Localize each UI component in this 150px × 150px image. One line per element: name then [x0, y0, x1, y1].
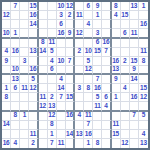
sudoku-cell[interactable]: 11: [20, 84, 29, 93]
sudoku-cell-empty[interactable]: [75, 121, 84, 130]
sudoku-cell[interactable]: 4: [2, 48, 11, 57]
sudoku-cell-empty[interactable]: [29, 93, 38, 102]
sudoku-cell[interactable]: 11: [57, 139, 66, 148]
sudoku-cell-empty[interactable]: [11, 39, 20, 48]
sudoku-cell-empty[interactable]: [102, 66, 111, 75]
sudoku-cell[interactable]: 16: [102, 39, 111, 48]
sudoku-cell-empty[interactable]: [102, 11, 111, 20]
sudoku-cell-empty[interactable]: [75, 75, 84, 84]
sudoku-cell-empty[interactable]: [66, 48, 75, 57]
sudoku-cell[interactable]: 7: [48, 139, 57, 148]
sudoku-cell-empty[interactable]: [84, 93, 93, 102]
sudoku-cell[interactable]: 16: [11, 48, 20, 57]
sudoku-cell[interactable]: 7: [66, 57, 75, 66]
sudoku-cell[interactable]: 12: [39, 102, 48, 111]
sudoku-cell[interactable]: 9: [130, 66, 139, 75]
sudoku-cell-empty[interactable]: [121, 20, 130, 29]
sudoku-cell-empty[interactable]: [102, 84, 111, 93]
sudoku-cell[interactable]: 9: [112, 75, 121, 84]
sudoku-cell[interactable]: 4: [121, 84, 130, 93]
sudoku-cell[interactable]: 16: [29, 11, 38, 20]
sudoku-cell-empty[interactable]: [75, 2, 84, 11]
sudoku-cell-empty[interactable]: [93, 130, 102, 139]
sudoku-cell-empty[interactable]: [20, 121, 29, 130]
sudoku-cell[interactable]: 9: [93, 2, 102, 11]
sudoku-cell[interactable]: 1: [93, 11, 102, 20]
sudoku-cell-empty[interactable]: [93, 57, 102, 66]
sudoku-cell[interactable]: 8: [139, 57, 148, 66]
sudoku-cell[interactable]: 6: [11, 84, 20, 93]
sudoku-cell[interactable]: 1: [11, 29, 20, 38]
sudoku-cell[interactable]: 10: [2, 29, 11, 38]
sudoku-cell-empty[interactable]: [39, 20, 48, 29]
sudoku-cell-empty[interactable]: [66, 75, 75, 84]
sudoku-cell[interactable]: 7: [130, 112, 139, 121]
sudoku-cell-empty[interactable]: [130, 48, 139, 57]
sudoku-cell-empty[interactable]: [75, 20, 84, 29]
sudoku-cell[interactable]: 7: [84, 121, 93, 130]
sudoku-cell-empty[interactable]: [11, 130, 20, 139]
sudoku-cell[interactable]: 3: [75, 84, 84, 93]
sudoku-cell-empty[interactable]: [57, 39, 66, 48]
sudoku-cell[interactable]: 8: [112, 2, 121, 11]
sudoku-cell-empty[interactable]: [130, 121, 139, 130]
sudoku-cell-empty[interactable]: [48, 2, 57, 11]
sudoku-cell-empty[interactable]: [112, 39, 121, 48]
sudoku-cell[interactable]: 7: [57, 93, 66, 102]
sudoku-cell-empty[interactable]: [57, 66, 66, 75]
sudoku-cell-empty[interactable]: [57, 102, 66, 111]
sudoku-cell-empty[interactable]: [66, 39, 75, 48]
sudoku-cell-empty[interactable]: [102, 75, 111, 84]
sudoku-cell-empty[interactable]: [121, 121, 130, 130]
sudoku-cell[interactable]: 13: [139, 139, 148, 148]
sudoku-cell[interactable]: 4: [57, 75, 66, 84]
sudoku-cell[interactable]: 12: [29, 84, 38, 93]
sudoku-cell[interactable]: 9: [66, 29, 75, 38]
sudoku-cell[interactable]: 5: [84, 57, 93, 66]
sudoku-cell[interactable]: 15: [130, 57, 139, 66]
sudoku-cell-empty[interactable]: [39, 75, 48, 84]
sudoku-cell[interactable]: 2: [66, 11, 75, 20]
sudoku-cell[interactable]: 5: [93, 93, 102, 102]
sudoku-cell-empty[interactable]: [66, 139, 75, 148]
sudoku-cell-empty[interactable]: [112, 20, 121, 29]
sudoku-cell[interactable]: 11: [112, 121, 121, 130]
sudoku-cell-empty[interactable]: [29, 29, 38, 38]
sudoku-cell[interactable]: 14: [39, 48, 48, 57]
sudoku-cell-empty[interactable]: [39, 29, 48, 38]
sudoku-cell-empty[interactable]: [20, 39, 29, 48]
sudoku-cell-empty[interactable]: [121, 2, 130, 11]
sudoku-cell-empty[interactable]: [139, 121, 148, 130]
sudoku-cell-empty[interactable]: [39, 139, 48, 148]
sudoku-cell[interactable]: 15: [29, 2, 38, 11]
sudoku-cell[interactable]: 10: [57, 57, 66, 66]
sudoku-cell-empty[interactable]: [112, 139, 121, 148]
sudoku-cell[interactable]: 16: [57, 29, 66, 38]
sudoku-cell-empty[interactable]: [39, 84, 48, 93]
sudoku-cell-empty[interactable]: [130, 84, 139, 93]
sudoku-cell[interactable]: 7: [11, 2, 20, 11]
sudoku-cell-empty[interactable]: [102, 29, 111, 38]
sudoku-cell-empty[interactable]: [121, 93, 130, 102]
sudoku-cell[interactable]: 12: [75, 29, 84, 38]
sudoku-cell-empty[interactable]: [57, 48, 66, 57]
sudoku-cell[interactable]: 13: [29, 48, 38, 57]
sudoku-cell-empty[interactable]: [139, 29, 148, 38]
sudoku-cell[interactable]: 8: [11, 112, 20, 121]
sudoku-cell-empty[interactable]: [48, 84, 57, 93]
sudoku-cell-empty[interactable]: [93, 66, 102, 75]
sudoku-cell-empty[interactable]: [84, 39, 93, 48]
sudoku-cell[interactable]: 11: [130, 29, 139, 38]
sudoku-cell[interactable]: 12: [2, 11, 11, 20]
sudoku-cell[interactable]: 7: [102, 48, 111, 57]
sudoku-cell[interactable]: 1: [48, 130, 57, 139]
sudoku-cell[interactable]: 15: [139, 84, 148, 93]
sudoku-cell-empty[interactable]: [130, 139, 139, 148]
sudoku-cell-empty[interactable]: [57, 130, 66, 139]
sudoku-cell-empty[interactable]: [84, 29, 93, 38]
sudoku-cell-empty[interactable]: [130, 20, 139, 29]
sudoku-cell-empty[interactable]: [48, 75, 57, 84]
sudoku-cell-empty[interactable]: [130, 39, 139, 48]
sudoku-cell[interactable]: 14: [2, 121, 11, 130]
sudoku-cell-empty[interactable]: [102, 121, 111, 130]
sudoku-cell[interactable]: 2: [29, 139, 38, 148]
sudoku-cell-empty[interactable]: [121, 75, 130, 84]
sudoku-cell-empty[interactable]: [102, 130, 111, 139]
sudoku-cell[interactable]: 6: [121, 29, 130, 38]
sudoku-cell-empty[interactable]: [75, 66, 84, 75]
sudoku-cell[interactable]: 16: [29, 66, 38, 75]
sudoku-cell[interactable]: 15: [93, 48, 102, 57]
sudoku-cell-empty[interactable]: [66, 102, 75, 111]
sudoku-cell-empty[interactable]: [139, 75, 148, 84]
sudoku-cell[interactable]: 6: [57, 20, 66, 29]
sudoku-cell[interactable]: 16: [2, 139, 11, 148]
sudoku-cell-empty[interactable]: [2, 20, 11, 29]
sudoku-cell-empty[interactable]: [130, 130, 139, 139]
sudoku-cell-empty[interactable]: [29, 112, 38, 121]
sudoku-cell-empty[interactable]: [121, 130, 130, 139]
sudoku-cell[interactable]: 16: [93, 84, 102, 93]
sudoku-cell[interactable]: 1: [112, 93, 121, 102]
sudoku-cell-empty[interactable]: [2, 2, 11, 11]
sudoku-cell[interactable]: 15: [66, 93, 75, 102]
sudoku-cell[interactable]: 11: [93, 102, 102, 111]
sudoku-cell-empty[interactable]: [20, 11, 29, 20]
sudoku-cell-empty[interactable]: [75, 39, 84, 48]
sudoku-cell[interactable]: 12: [139, 93, 148, 102]
sudoku-cell-empty[interactable]: [2, 39, 11, 48]
sudoku-cell-empty[interactable]: [84, 102, 93, 111]
sudoku-cell-empty[interactable]: [20, 139, 29, 148]
sudoku-cell-empty[interactable]: [20, 29, 29, 38]
sudoku-cell-empty[interactable]: [139, 11, 148, 20]
sudoku-cell-empty[interactable]: [139, 102, 148, 111]
sudoku-cell-empty[interactable]: [11, 57, 20, 66]
sudoku-cell-empty[interactable]: [102, 57, 111, 66]
sudoku-cell[interactable]: 12: [48, 112, 57, 121]
sudoku-cell[interactable]: 11: [75, 11, 84, 20]
sudoku-cell[interactable]: 13: [130, 2, 139, 11]
sudoku-cell-empty[interactable]: [20, 2, 29, 11]
sudoku-cell-empty[interactable]: [2, 66, 11, 75]
sudoku-cell-empty[interactable]: [66, 121, 75, 130]
sudoku-cell-empty[interactable]: [84, 75, 93, 84]
sudoku-cell[interactable]: 16: [130, 93, 139, 102]
sudoku-cell[interactable]: 5: [48, 48, 57, 57]
sudoku-cell[interactable]: 2: [48, 93, 57, 102]
sudoku-cell[interactable]: 6: [84, 2, 93, 11]
sudoku-cell[interactable]: 4: [139, 130, 148, 139]
sudoku-cell[interactable]: 14: [130, 75, 139, 84]
sudoku-cell-empty[interactable]: [11, 121, 20, 130]
sudoku-cell-empty[interactable]: [20, 20, 29, 29]
sudoku-cell-empty[interactable]: [93, 112, 102, 121]
sudoku-cell-empty[interactable]: [48, 11, 57, 20]
sudoku-cell-empty[interactable]: [112, 48, 121, 57]
sudoku-cell[interactable]: 1: [20, 112, 29, 121]
sudoku-cell[interactable]: 2: [75, 48, 84, 57]
sudoku-cell-empty[interactable]: [39, 130, 48, 139]
sudoku-cell-empty[interactable]: [75, 93, 84, 102]
sudoku-cell[interactable]: 5: [29, 75, 38, 84]
sudoku-cell[interactable]: 10: [84, 48, 93, 57]
sudoku-cell-empty[interactable]: [121, 112, 130, 121]
sudoku-cell-empty[interactable]: [102, 139, 111, 148]
sudoku-cell[interactable]: 13: [112, 66, 121, 75]
sudoku-cell-empty[interactable]: [29, 39, 38, 48]
sudoku-cell-empty[interactable]: [121, 102, 130, 111]
sudoku-cell-empty[interactable]: [48, 29, 57, 38]
sudoku-cell[interactable]: 1: [139, 2, 148, 11]
sudoku-cell-empty[interactable]: [39, 57, 48, 66]
sudoku-cell-empty[interactable]: [29, 102, 38, 111]
sudoku-cell[interactable]: 3: [20, 57, 29, 66]
sudoku-cell[interactable]: 2: [121, 57, 130, 66]
sudoku-cell-empty[interactable]: [139, 66, 148, 75]
sudoku-cell[interactable]: 16: [139, 20, 148, 29]
sudoku-cell-empty[interactable]: [75, 139, 84, 148]
sudoku-cell[interactable]: 15: [121, 11, 130, 20]
sudoku-cell[interactable]: 10: [11, 66, 20, 75]
sudoku-cell-empty[interactable]: [102, 2, 111, 11]
sudoku-cell[interactable]: 11: [29, 130, 38, 139]
sudoku-cell-empty[interactable]: [20, 75, 29, 84]
sudoku-cell[interactable]: 3: [57, 11, 66, 20]
sudoku-cell-empty[interactable]: [20, 66, 29, 75]
sudoku-cell-empty[interactable]: [29, 121, 38, 130]
sudoku-cell-empty[interactable]: [29, 57, 38, 66]
sudoku-cell[interactable]: 11: [84, 112, 93, 121]
sudoku-cell-empty[interactable]: [57, 121, 66, 130]
sudoku-cell[interactable]: 4: [84, 20, 93, 29]
sudoku-cell-empty[interactable]: [121, 66, 130, 75]
sudoku-cell[interactable]: 15: [112, 130, 121, 139]
sudoku-cell[interactable]: 4: [48, 57, 57, 66]
sudoku-cell[interactable]: 16: [112, 57, 121, 66]
sudoku-cell[interactable]: 14: [66, 130, 75, 139]
sudoku-cell-empty[interactable]: [130, 11, 139, 20]
sudoku-cell-empty[interactable]: [112, 84, 121, 93]
sudoku-cell-empty[interactable]: [121, 48, 130, 57]
sudoku-cell[interactable]: 14: [57, 84, 66, 93]
sudoku-cell[interactable]: 8: [84, 84, 93, 93]
sudoku-cell[interactable]: 8: [93, 139, 102, 148]
sudoku-cell-empty[interactable]: [2, 112, 11, 121]
sudoku-cell-empty[interactable]: [20, 93, 29, 102]
sudoku-cell-empty[interactable]: [2, 102, 11, 111]
sudoku-cell[interactable]: 14: [29, 20, 38, 29]
sudoku-cell[interactable]: 11: [139, 48, 148, 57]
sudoku-cell[interactable]: 11: [39, 93, 48, 102]
sudoku-cell-empty[interactable]: [130, 102, 139, 111]
sudoku-cell[interactable]: 12: [121, 139, 130, 148]
sudoku-cell-empty[interactable]: [39, 112, 48, 121]
sudoku-cell-empty[interactable]: [66, 66, 75, 75]
sudoku-cell-empty[interactable]: [66, 84, 75, 93]
sudoku-cell-empty[interactable]: [20, 48, 29, 57]
sudoku-cell[interactable]: 1: [84, 139, 93, 148]
sudoku-cell[interactable]: 7: [93, 75, 102, 84]
sudoku-board: 7151012698131121632111415146416101169123…: [0, 0, 150, 150]
sudoku-cell[interactable]: 16: [66, 112, 75, 121]
sudoku-cell[interactable]: 6: [102, 93, 111, 102]
sudoku-cell[interactable]: 8: [2, 93, 11, 102]
sudoku-cell-empty[interactable]: [112, 112, 121, 121]
sudoku-cell[interactable]: 6: [48, 66, 57, 75]
sudoku-cell-empty[interactable]: [139, 39, 148, 48]
sudoku-cell-empty[interactable]: [121, 39, 130, 48]
sudoku-cell[interactable]: 12: [84, 66, 93, 75]
sudoku-cell-empty[interactable]: [102, 112, 111, 121]
sudoku-cell-empty[interactable]: [48, 20, 57, 29]
sudoku-cell-empty[interactable]: [57, 112, 66, 121]
sudoku-cell-empty[interactable]: [11, 11, 20, 20]
sudoku-cell[interactable]: 16: [84, 130, 93, 139]
sudoku-cell[interactable]: 3: [93, 29, 102, 38]
sudoku-cell[interactable]: 13: [11, 75, 20, 84]
sudoku-cell-empty[interactable]: [11, 20, 20, 29]
sudoku-cell-empty[interactable]: [75, 102, 84, 111]
sudoku-cell[interactable]: 4: [11, 139, 20, 148]
sudoku-cell[interactable]: 9: [2, 57, 11, 66]
sudoku-cell[interactable]: 11: [48, 39, 57, 48]
sudoku-cell-empty[interactable]: [75, 57, 84, 66]
sudoku-cell[interactable]: 8: [48, 121, 57, 130]
sudoku-cell-empty[interactable]: [66, 20, 75, 29]
sudoku-cell-empty[interactable]: [39, 11, 48, 20]
sudoku-cell-empty[interactable]: [11, 93, 20, 102]
sudoku-cell[interactable]: 10: [57, 2, 66, 11]
sudoku-cell[interactable]: 4: [112, 11, 121, 20]
sudoku-cell[interactable]: 4: [102, 102, 111, 111]
sudoku-cell-empty[interactable]: [39, 2, 48, 11]
sudoku-cell-empty[interactable]: [112, 102, 121, 111]
sudoku-cell[interactable]: 4: [75, 112, 84, 121]
sudoku-cell[interactable]: 13: [48, 102, 57, 111]
sudoku-cell-empty[interactable]: [112, 29, 121, 38]
sudoku-cell-empty[interactable]: [2, 130, 11, 139]
sudoku-cell-empty[interactable]: [39, 121, 48, 130]
sudoku-cell-empty[interactable]: [11, 102, 20, 111]
sudoku-cell[interactable]: 8: [39, 39, 48, 48]
sudoku-cell-empty[interactable]: [102, 20, 111, 29]
sudoku-cell-empty[interactable]: [93, 121, 102, 130]
sudoku-cell-empty[interactable]: [84, 11, 93, 20]
sudoku-cell[interactable]: 13: [75, 130, 84, 139]
sudoku-cell-empty[interactable]: [20, 102, 29, 111]
sudoku-cell[interactable]: 5: [139, 112, 148, 121]
sudoku-cell[interactable]: 6: [93, 39, 102, 48]
sudoku-cell-empty[interactable]: [2, 75, 11, 84]
sudoku-cell[interactable]: 12: [66, 2, 75, 11]
sudoku-cell-empty[interactable]: [93, 20, 102, 29]
sudoku-cell[interactable]: 1: [2, 84, 11, 93]
sudoku-cell-empty[interactable]: [20, 130, 29, 139]
sudoku-cell-empty[interactable]: [39, 66, 48, 75]
